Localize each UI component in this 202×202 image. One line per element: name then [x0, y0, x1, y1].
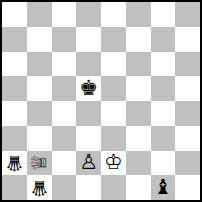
- square-a3[interactable]: [2, 126, 27, 151]
- square-d7[interactable]: [76, 27, 101, 52]
- square-g5[interactable]: [151, 76, 176, 101]
- square-e4[interactable]: [101, 101, 126, 126]
- square-g2[interactable]: [151, 151, 176, 176]
- square-d4[interactable]: [76, 101, 101, 126]
- square-b8[interactable]: [27, 2, 52, 27]
- black-king-piece: ♚: [79, 78, 98, 99]
- square-e1[interactable]: [101, 175, 126, 200]
- square-c1[interactable]: [52, 175, 77, 200]
- square-g7[interactable]: [151, 27, 176, 52]
- square-h4[interactable]: [175, 101, 200, 126]
- square-c3[interactable]: [52, 126, 77, 151]
- square-d6[interactable]: [76, 52, 101, 77]
- white-pawn-piece: ♙: [79, 152, 98, 173]
- square-c2[interactable]: [52, 151, 77, 176]
- square-e3[interactable]: [101, 126, 126, 151]
- white-king-piece: ♔: [104, 152, 123, 173]
- square-h2[interactable]: [175, 151, 200, 176]
- square-f6[interactable]: [126, 52, 151, 77]
- square-b2[interactable]: ♕: [27, 151, 52, 176]
- square-e8[interactable]: [101, 2, 126, 27]
- square-d3[interactable]: [76, 126, 101, 151]
- square-g8[interactable]: [151, 2, 176, 27]
- square-f2[interactable]: [126, 151, 151, 176]
- square-h6[interactable]: [175, 52, 200, 77]
- square-c6[interactable]: [52, 52, 77, 77]
- square-f7[interactable]: [126, 27, 151, 52]
- square-b6[interactable]: [27, 52, 52, 77]
- square-c5[interactable]: [52, 76, 77, 101]
- square-c7[interactable]: [52, 27, 77, 52]
- square-a2[interactable]: ♛: [2, 151, 27, 176]
- square-f4[interactable]: [126, 101, 151, 126]
- white-queen-piece: ♕: [29, 153, 50, 172]
- square-b4[interactable]: [27, 101, 52, 126]
- square-a7[interactable]: [2, 27, 27, 52]
- square-e5[interactable]: [101, 76, 126, 101]
- square-d8[interactable]: [76, 2, 101, 27]
- square-f3[interactable]: [126, 126, 151, 151]
- square-e2[interactable]: ♔: [101, 151, 126, 176]
- square-h8[interactable]: [175, 2, 200, 27]
- square-f8[interactable]: [126, 2, 151, 27]
- square-g4[interactable]: [151, 101, 176, 126]
- square-g1[interactable]: ♝: [151, 175, 176, 200]
- square-h7[interactable]: [175, 27, 200, 52]
- square-h5[interactable]: [175, 76, 200, 101]
- square-d1[interactable]: [76, 175, 101, 200]
- square-h1[interactable]: [175, 175, 200, 200]
- square-c4[interactable]: [52, 101, 77, 126]
- square-h3[interactable]: [175, 126, 200, 151]
- square-d5[interactable]: ♚: [76, 76, 101, 101]
- square-a4[interactable]: [2, 101, 27, 126]
- black-bishop-piece: ♝: [153, 177, 172, 198]
- square-d2[interactable]: ♙: [76, 151, 101, 176]
- black-queen-piece: ♛: [5, 152, 24, 173]
- black-queen-piece: ♛: [30, 177, 49, 198]
- square-c8[interactable]: [52, 2, 77, 27]
- chess-diagram: ♚♛♕♙♔♛♝: [0, 0, 202, 202]
- square-g3[interactable]: [151, 126, 176, 151]
- square-b3[interactable]: [27, 126, 52, 151]
- square-a8[interactable]: [2, 2, 27, 27]
- square-a6[interactable]: [2, 52, 27, 77]
- chess-board: ♚♛♕♙♔♛♝: [0, 0, 202, 202]
- square-a1[interactable]: [2, 175, 27, 200]
- square-g6[interactable]: [151, 52, 176, 77]
- square-e7[interactable]: [101, 27, 126, 52]
- square-e6[interactable]: [101, 52, 126, 77]
- square-f5[interactable]: [126, 76, 151, 101]
- square-a5[interactable]: [2, 76, 27, 101]
- square-f1[interactable]: [126, 175, 151, 200]
- square-b1[interactable]: ♛: [27, 175, 52, 200]
- square-b7[interactable]: [27, 27, 52, 52]
- square-b5[interactable]: [27, 76, 52, 101]
